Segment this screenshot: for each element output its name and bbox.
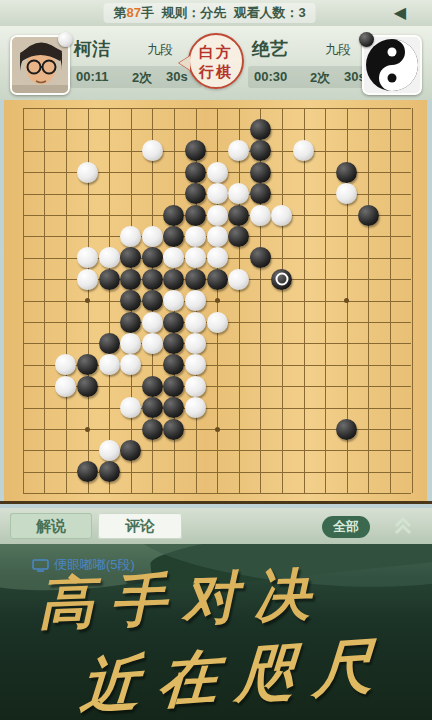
black-stone (336, 419, 357, 440)
black-stone (228, 226, 249, 247)
black-stone (163, 397, 184, 418)
white-stone (207, 183, 228, 204)
white-stone (120, 226, 141, 247)
collapse-up-icon[interactable] (392, 515, 414, 537)
black-stone-badge (359, 32, 374, 47)
black-stone (163, 269, 184, 290)
grid-line-v (239, 108, 240, 493)
white-stone (336, 183, 357, 204)
grid-line-v (325, 108, 326, 493)
white-stone (185, 312, 206, 333)
white-stone (142, 140, 163, 161)
move-prefix: 第 (114, 5, 127, 20)
white-stone (207, 226, 228, 247)
last-move-marker (275, 273, 288, 286)
white-stone (185, 397, 206, 418)
black-stone (163, 205, 184, 226)
black-stone (185, 269, 206, 290)
white-stone (120, 354, 141, 375)
black-stone (99, 269, 120, 290)
black-stone (142, 269, 163, 290)
black-stone (185, 183, 206, 204)
white-stone (185, 290, 206, 311)
black-stone (228, 205, 249, 226)
player-right-time: 00:30 (254, 69, 287, 84)
white-stone (142, 312, 163, 333)
black-stone (185, 162, 206, 183)
black-stone (250, 183, 271, 204)
player-left-period-len: 30s (166, 69, 188, 84)
black-stone (163, 333, 184, 354)
black-stone (250, 119, 271, 140)
player-right-name: 绝艺 (252, 37, 288, 61)
black-stone (142, 290, 163, 311)
black-stone (185, 140, 206, 161)
black-stone (185, 205, 206, 226)
white-stone (185, 226, 206, 247)
move-suffix: 手 (141, 5, 154, 20)
black-stone (120, 247, 141, 268)
black-stone (99, 333, 120, 354)
stamp-line2: 行棋 (190, 63, 242, 82)
black-stone (250, 140, 271, 161)
grid-line-h (23, 408, 412, 409)
white-stone (55, 376, 76, 397)
black-stone (358, 205, 379, 226)
player-left-periods: 2次 (132, 69, 152, 87)
star-point (85, 427, 90, 432)
white-stone (293, 140, 314, 161)
board-bottom-edge (0, 501, 432, 504)
black-stone (163, 312, 184, 333)
black-stone (77, 376, 98, 397)
black-stone (120, 440, 141, 461)
grid-line-v (282, 108, 283, 493)
black-stone (120, 290, 141, 311)
promo-banner: 便眼嘟嘟(5段) 高手对决 近在咫尺 (0, 544, 432, 720)
player-right-periods: 2次 (310, 69, 330, 87)
rules-label: 规则：分先 (161, 5, 226, 20)
grid-line-h (23, 493, 412, 494)
white-stone (163, 290, 184, 311)
white-stone (185, 247, 206, 268)
black-stone (120, 269, 141, 290)
white-stone (120, 333, 141, 354)
white-stone (185, 376, 206, 397)
top-move-bar: 第87手 规则：分先 观看人数：3 ◀ (0, 0, 432, 26)
white-stone (207, 205, 228, 226)
board-zone (0, 100, 432, 508)
black-stone (250, 247, 271, 268)
turn-pointer-icon (179, 56, 190, 70)
black-stone (163, 354, 184, 375)
player-left-name: 柯洁 (74, 37, 110, 61)
white-stone (207, 247, 228, 268)
previous-move-icon[interactable]: ◀ (394, 2, 406, 24)
white-stone (207, 162, 228, 183)
black-stone (142, 247, 163, 268)
black-stone (120, 312, 141, 333)
yin-yang-icon (364, 37, 420, 93)
black-stone (142, 397, 163, 418)
black-stone (271, 269, 292, 290)
grid-line-h (23, 343, 412, 344)
black-stone (77, 461, 98, 482)
white-stone (77, 247, 98, 268)
white-stone-badge (58, 32, 73, 47)
white-stone (77, 162, 98, 183)
white-stone (77, 269, 98, 290)
move-number: 87 (127, 5, 141, 20)
black-stone (163, 419, 184, 440)
grid-line-v (412, 108, 413, 493)
grid-line-v (304, 108, 305, 493)
move-info: 第87手 规则：分先 观看人数：3 (104, 3, 316, 23)
white-stone (207, 312, 228, 333)
white-stone (142, 333, 163, 354)
white-stone (99, 440, 120, 461)
black-stone (142, 376, 163, 397)
kejie-portrait (12, 37, 68, 93)
player-left-time: 00:11 (76, 69, 109, 84)
viewers-label: 观看人数：3 (233, 5, 305, 20)
black-stone (336, 162, 357, 183)
tab-commentary[interactable]: 解说 (10, 513, 92, 539)
turn-stamp: 白方 行棋 (188, 33, 244, 89)
grid-line-h (23, 450, 412, 451)
grid-line-v (390, 108, 391, 493)
black-stone (163, 376, 184, 397)
black-stone (99, 461, 120, 482)
grid-line-v (368, 108, 369, 493)
white-stone (55, 354, 76, 375)
player-right-rank: 九段 (325, 41, 351, 59)
white-stone (142, 226, 163, 247)
star-point (344, 298, 349, 303)
white-stone (99, 354, 120, 375)
players-panel: 柯洁 九段 00:11 2次 30s 白方 行棋 绝艺 九段 00:30 2次 … (0, 26, 432, 100)
white-stone (120, 397, 141, 418)
white-stone (228, 183, 249, 204)
black-stone (163, 226, 184, 247)
black-stone (77, 354, 98, 375)
bottom-tab-bar: 解说 评论 全部 (0, 508, 432, 544)
tab-comments[interactable]: 评论 (98, 513, 182, 539)
white-stone (99, 247, 120, 268)
white-stone (250, 205, 271, 226)
banner-line1: 高手对决 (37, 557, 327, 643)
stamp-line1: 白方 (190, 43, 242, 62)
white-stone (271, 205, 292, 226)
player-left-rank: 九段 (147, 41, 173, 59)
black-stone (207, 269, 228, 290)
white-stone (228, 269, 249, 290)
white-stone (185, 354, 206, 375)
white-stone (185, 333, 206, 354)
white-stone (228, 140, 249, 161)
star-point (85, 298, 90, 303)
white-stone (163, 247, 184, 268)
star-point (215, 427, 220, 432)
all-filter-button[interactable]: 全部 (322, 516, 370, 538)
go-app-screen: 第87手 规则：分先 观看人数：3 ◀ 柯洁 九段 00:11 2次 30s (0, 0, 432, 720)
black-stone (250, 162, 271, 183)
go-board[interactable] (4, 100, 427, 501)
star-point (215, 298, 220, 303)
black-stone (142, 419, 163, 440)
